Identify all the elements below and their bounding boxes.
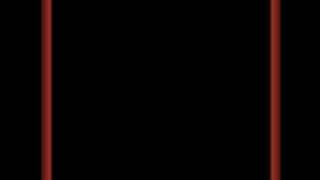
chess-video-frame xyxy=(0,0,320,180)
board-rail-left xyxy=(41,0,53,180)
chess-board xyxy=(53,0,269,180)
board-rail-right xyxy=(269,0,281,180)
